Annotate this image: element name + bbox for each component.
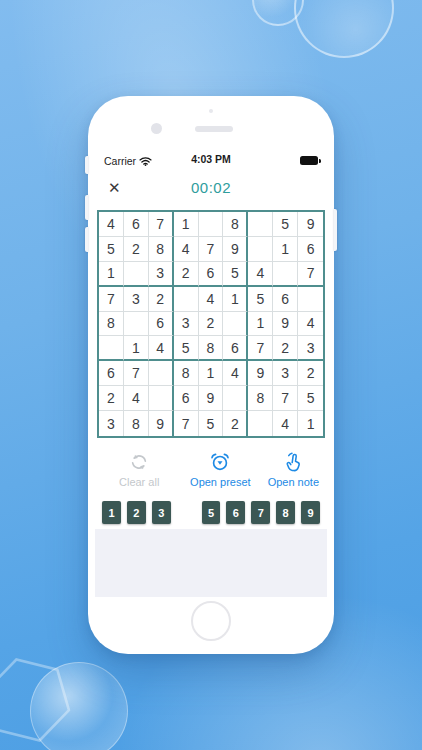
sudoku-cell-r7c7[interactable]: 9	[248, 361, 273, 386]
sudoku-cell-r7c6[interactable]: 4	[223, 361, 248, 386]
sudoku-cell-r1c8[interactable]: 5	[273, 212, 298, 237]
front-camera	[151, 123, 162, 134]
sudoku-cell-r3c2[interactable]	[124, 262, 149, 287]
sudoku-cell-r9c4[interactable]: 7	[174, 411, 199, 436]
sudoku-cell-r8c2[interactable]: 4	[124, 386, 149, 411]
sudoku-cell-r9c6[interactable]: 2	[223, 411, 248, 436]
status-bar: Carrier 4:03 PM	[95, 148, 327, 168]
sudoku-cell-r9c9[interactable]: 1	[298, 411, 323, 436]
sudoku-cell-r6c7[interactable]: 7	[248, 336, 273, 361]
volume-down-button	[85, 227, 88, 252]
sudoku-cell-r7c3[interactable]	[149, 361, 174, 386]
toolbar: Clear all Open preset	[95, 451, 327, 495]
carrier-label: Carrier	[104, 155, 136, 167]
sudoku-cell-r9c5[interactable]: 5	[199, 411, 224, 436]
sudoku-cell-r5c8[interactable]: 9	[273, 312, 298, 337]
sudoku-cell-r2c6[interactable]: 9	[223, 237, 248, 262]
earpiece-speaker	[195, 126, 233, 132]
sudoku-cell-r6c2[interactable]: 1	[124, 336, 149, 361]
sensor-dot	[209, 109, 213, 113]
sudoku-cell-r8c7[interactable]: 8	[248, 386, 273, 411]
numpad-button-5[interactable]: 5	[202, 501, 221, 524]
numpad-button-9[interactable]: 9	[301, 501, 320, 524]
app-header: ✕ 00:02	[95, 168, 327, 206]
sudoku-cell-r4c1[interactable]: 7	[99, 287, 124, 312]
sudoku-cell-r6c8[interactable]: 2	[273, 336, 298, 361]
power-button	[334, 209, 337, 251]
sudoku-cell-r3c3[interactable]: 3	[149, 262, 174, 287]
sudoku-cell-r2c7[interactable]	[248, 237, 273, 262]
sudoku-cell-r7c9[interactable]: 2	[298, 361, 323, 386]
clear-all-label: Clear all	[119, 476, 159, 488]
sudoku-cell-r7c5[interactable]: 1	[199, 361, 224, 386]
sudoku-cell-r6c4[interactable]: 5	[174, 336, 199, 361]
sudoku-cell-r2c3[interactable]: 8	[149, 237, 174, 262]
sudoku-cell-r9c1[interactable]: 3	[99, 411, 124, 436]
sudoku-cell-r2c8[interactable]: 1	[273, 237, 298, 262]
sudoku-cell-r9c7[interactable]	[248, 411, 273, 436]
sudoku-cell-r1c6[interactable]: 8	[223, 212, 248, 237]
sudoku-cell-r1c4[interactable]: 1	[174, 212, 199, 237]
sudoku-cell-r2c2[interactable]: 2	[124, 237, 149, 262]
volume-up-button	[85, 195, 88, 220]
sudoku-cell-r1c7[interactable]	[248, 212, 273, 237]
sudoku-cell-r3c1[interactable]: 1	[99, 262, 124, 287]
sudoku-cell-r1c3[interactable]: 7	[149, 212, 174, 237]
sudoku-cell-r7c2[interactable]: 7	[124, 361, 149, 386]
sudoku-cell-r3c5[interactable]: 6	[199, 262, 224, 287]
sudoku-cell-r6c9[interactable]: 3	[298, 336, 323, 361]
sudoku-cell-r4c9[interactable]	[298, 287, 323, 312]
sudoku-cell-r9c8[interactable]: 4	[273, 411, 298, 436]
wifi-icon	[139, 156, 152, 166]
clear-all-button[interactable]: Clear all	[119, 451, 159, 488]
numpad-button-8[interactable]: 8	[276, 501, 295, 524]
sudoku-cell-r6c1[interactable]	[99, 336, 124, 361]
numpad-button-3[interactable]: 3	[152, 501, 171, 524]
battery-icon	[300, 156, 318, 165]
sudoku-cell-r3c7[interactable]: 4	[248, 262, 273, 287]
tap-gesture-icon	[281, 450, 306, 475]
sudoku-cell-r8c6[interactable]	[223, 386, 248, 411]
close-button[interactable]: ✕	[108, 180, 121, 195]
sudoku-cell-r6c5[interactable]: 8	[199, 336, 224, 361]
sudoku-cell-r4c3[interactable]: 2	[149, 287, 174, 312]
sudoku-cell-r8c1[interactable]: 2	[99, 386, 124, 411]
sudoku-cell-r5c9[interactable]: 4	[298, 312, 323, 337]
app-screen: Carrier 4:03 PM ✕ 00:02 4671859528479161…	[95, 148, 327, 597]
numpad-button-6[interactable]: 6	[226, 501, 245, 524]
numpad: 123456789	[95, 501, 327, 524]
numpad-button-1[interactable]: 1	[102, 501, 121, 524]
page-background: Carrier 4:03 PM ✕ 00:02 4671859528479161…	[0, 0, 422, 750]
sudoku-cell-r3c8[interactable]	[273, 262, 298, 287]
sudoku-cell-r5c1[interactable]: 8	[99, 312, 124, 337]
sudoku-cell-r4c2[interactable]: 3	[124, 287, 149, 312]
sudoku-cell-r4c7[interactable]: 5	[248, 287, 273, 312]
sudoku-cell-r3c9[interactable]: 7	[298, 262, 323, 287]
bottom-panel	[95, 529, 327, 597]
home-button	[191, 601, 231, 641]
hexagon-outline-decor	[0, 642, 86, 750]
sudoku-cell-r7c4[interactable]: 8	[174, 361, 199, 386]
sudoku-cell-r5c2[interactable]	[124, 312, 149, 337]
sudoku-cell-r8c8[interactable]: 7	[273, 386, 298, 411]
numpad-button-7[interactable]: 7	[251, 501, 270, 524]
sudoku-cell-r1c9[interactable]: 9	[298, 212, 323, 237]
sudoku-cell-r4c6[interactable]: 1	[223, 287, 248, 312]
phone-frame: Carrier 4:03 PM ✕ 00:02 4671859528479161…	[88, 96, 334, 654]
sudoku-cell-r8c3[interactable]	[149, 386, 174, 411]
open-note-button[interactable]: Open note	[268, 451, 319, 488]
sudoku-cell-r1c2[interactable]: 6	[124, 212, 149, 237]
sudoku-cell-r6c3[interactable]: 4	[149, 336, 174, 361]
clock-label: 4:03 PM	[191, 153, 231, 165]
sudoku-cell-r9c3[interactable]: 9	[149, 411, 174, 436]
sudoku-cell-r2c5[interactable]: 7	[199, 237, 224, 262]
sudoku-cell-r5c7[interactable]: 1	[248, 312, 273, 337]
sudoku-cell-r5c4[interactable]: 3	[174, 312, 199, 337]
mute-switch	[85, 156, 88, 174]
sudoku-board: 4671859528479161326547732415686321941458…	[97, 210, 325, 438]
sudoku-cell-r7c1[interactable]: 6	[99, 361, 124, 386]
sudoku-cell-r8c5[interactable]: 9	[199, 386, 224, 411]
sudoku-cell-r1c5[interactable]	[199, 212, 224, 237]
sudoku-cell-r2c1[interactable]: 5	[99, 237, 124, 262]
sudoku-cell-r4c5[interactable]: 4	[199, 287, 224, 312]
timer-label: 00:02	[191, 179, 231, 196]
open-preset-label: Open preset	[190, 476, 251, 488]
sudoku-cell-r5c5[interactable]: 2	[199, 312, 224, 337]
sudoku-cell-r1c1[interactable]: 4	[99, 212, 124, 237]
sudoku-cell-r3c4[interactable]: 2	[174, 262, 199, 287]
sudoku-cell-r9c2[interactable]: 8	[124, 411, 149, 436]
open-preset-button[interactable]: Open preset	[190, 451, 251, 488]
sudoku-cell-r6c6[interactable]: 6	[223, 336, 248, 361]
alarm-clock-icon	[209, 451, 231, 473]
sudoku-cell-r8c9[interactable]: 5	[298, 386, 323, 411]
numpad-button-2[interactable]: 2	[127, 501, 146, 524]
sudoku-cell-r4c8[interactable]: 6	[273, 287, 298, 312]
sudoku-cell-r7c8[interactable]: 3	[273, 361, 298, 386]
open-note-label: Open note	[268, 476, 319, 488]
sudoku-cell-r2c9[interactable]: 6	[298, 237, 323, 262]
sudoku-cell-r2c4[interactable]: 4	[174, 237, 199, 262]
refresh-icon	[128, 451, 150, 473]
sudoku-cell-r5c6[interactable]	[223, 312, 248, 337]
sudoku-cell-r4c4[interactable]	[174, 287, 199, 312]
sudoku-cell-r8c4[interactable]: 6	[174, 386, 199, 411]
sudoku-cell-r5c3[interactable]: 6	[149, 312, 174, 337]
sudoku-cell-r3c6[interactable]: 5	[223, 262, 248, 287]
